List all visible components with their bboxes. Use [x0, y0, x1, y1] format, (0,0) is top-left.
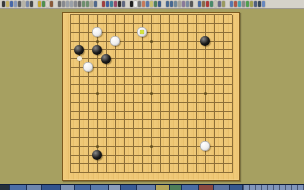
board-point-T10[interactable] — [228, 89, 237, 98]
move-list-icon[interactable] — [94, 1, 97, 7]
board-point-N12[interactable] — [174, 72, 183, 81]
board-point-G4[interactable] — [120, 142, 129, 151]
board-point-Q11[interactable] — [201, 81, 210, 90]
board-point-T18[interactable] — [228, 19, 237, 28]
board-point-S15[interactable] — [219, 45, 228, 54]
board-point-H6[interactable] — [129, 124, 138, 133]
board-point-Q18[interactable] — [201, 19, 210, 28]
board-point-O13[interactable] — [183, 63, 192, 72]
zoom-in-icon[interactable] — [166, 1, 169, 7]
board-point-P7[interactable] — [192, 116, 201, 125]
board-point-G5[interactable] — [120, 133, 129, 142]
board-point-H15[interactable] — [129, 45, 138, 54]
board-point-H12[interactable] — [129, 72, 138, 81]
board-point-B14[interactable] — [75, 54, 84, 63]
board-point-M11[interactable] — [165, 81, 174, 90]
board-point-M12[interactable] — [165, 72, 174, 81]
board-point-C5[interactable] — [84, 133, 93, 142]
paste-icon[interactable] — [46, 1, 49, 7]
board-point-F12[interactable] — [111, 72, 120, 81]
board-point-L18[interactable] — [156, 19, 165, 28]
board-point-T15[interactable] — [228, 45, 237, 54]
options-icon[interactable] — [230, 1, 233, 7]
board-point-Q14[interactable] — [201, 54, 210, 63]
board-point-R1[interactable] — [210, 168, 219, 177]
board-point-H9[interactable] — [129, 98, 138, 107]
board-point-M4[interactable] — [165, 142, 174, 151]
language-icon[interactable] — [238, 1, 241, 7]
board-point-F4[interactable] — [111, 142, 120, 151]
board-point-C7[interactable] — [84, 116, 93, 125]
board-point-T17[interactable] — [228, 28, 237, 37]
board-point-N17[interactable] — [174, 28, 183, 37]
board-point-L7[interactable] — [156, 116, 165, 125]
board-point-S17[interactable] — [219, 28, 228, 37]
board-point-Q1[interactable] — [201, 168, 210, 177]
board-point-H7[interactable] — [129, 116, 138, 125]
board-point-L6[interactable] — [156, 124, 165, 133]
stone-black-E14[interactable] — [101, 54, 111, 64]
taskbar-button-11[interactable] — [156, 185, 169, 190]
board-point-G18[interactable] — [120, 19, 129, 28]
board-point-N15[interactable] — [174, 45, 183, 54]
taskbar-button-13[interactable] — [182, 185, 198, 190]
board-point-A16[interactable] — [66, 37, 75, 46]
board-point-P13[interactable] — [192, 63, 201, 72]
board-point-K10[interactable] — [147, 89, 156, 98]
board-point-B10[interactable] — [75, 89, 84, 98]
board-point-Q13[interactable] — [201, 63, 210, 72]
board-point-S19[interactable] — [219, 10, 228, 19]
board-point-F15[interactable] — [111, 45, 120, 54]
board-point-A5[interactable] — [66, 133, 75, 142]
board-point-F7[interactable] — [111, 116, 120, 125]
board-point-M9[interactable] — [165, 98, 174, 107]
board-point-T12[interactable] — [228, 72, 237, 81]
board-point-P2[interactable] — [192, 159, 201, 168]
board-point-M18[interactable] — [165, 19, 174, 28]
board-point-N8[interactable] — [174, 107, 183, 116]
board-point-N1[interactable] — [174, 168, 183, 177]
board-point-E2[interactable] — [102, 159, 111, 168]
board-point-R5[interactable] — [210, 133, 219, 142]
board-point-S16[interactable] — [219, 37, 228, 46]
next-variation-icon[interactable] — [86, 1, 89, 7]
board-point-E3[interactable] — [102, 151, 111, 160]
board-point-Q8[interactable] — [201, 107, 210, 116]
board-point-T5[interactable] — [228, 133, 237, 142]
board-point-O6[interactable] — [183, 124, 192, 133]
stone-white-C13[interactable] — [83, 62, 93, 72]
board-point-N11[interactable] — [174, 81, 183, 90]
board-point-E13[interactable] — [102, 63, 111, 72]
board-point-R14[interactable] — [210, 54, 219, 63]
board-point-R13[interactable] — [210, 63, 219, 72]
board-point-L13[interactable] — [156, 63, 165, 72]
board-point-D3[interactable] — [93, 151, 102, 160]
board-point-S1[interactable] — [219, 168, 228, 177]
board-point-S14[interactable] — [219, 54, 228, 63]
variation-tool-icon[interactable] — [154, 1, 157, 7]
board-point-O18[interactable] — [183, 19, 192, 28]
board-point-J4[interactable] — [138, 142, 147, 151]
board-point-A3[interactable] — [66, 151, 75, 160]
board-point-L11[interactable] — [156, 81, 165, 90]
board-point-S10[interactable] — [219, 89, 228, 98]
board-point-G11[interactable] — [120, 81, 129, 90]
board-point-E10[interactable] — [102, 89, 111, 98]
board-point-D2[interactable] — [93, 159, 102, 168]
board-point-G1[interactable] — [120, 168, 129, 177]
board-point-N16[interactable] — [174, 37, 183, 46]
board-point-B6[interactable] — [75, 124, 84, 133]
save-as-icon[interactable] — [14, 1, 17, 7]
alternate-tool-icon[interactable] — [138, 1, 141, 7]
board-point-G17[interactable] — [120, 28, 129, 37]
board-point-O16[interactable] — [183, 37, 192, 46]
board-point-Q12[interactable] — [201, 72, 210, 81]
board-point-T16[interactable] — [228, 37, 237, 46]
board-point-Q16[interactable] — [201, 37, 210, 46]
board-point-M16[interactable] — [165, 37, 174, 46]
stone-black-D3[interactable] — [92, 150, 102, 160]
board-point-F2[interactable] — [111, 159, 120, 168]
index-icon[interactable] — [254, 1, 257, 7]
board-point-O4[interactable] — [183, 142, 192, 151]
board-point-N9[interactable] — [174, 98, 183, 107]
board-point-L12[interactable] — [156, 72, 165, 81]
board-point-B8[interactable] — [75, 107, 84, 116]
board-point-A19[interactable] — [66, 10, 75, 19]
taskbar-button-7[interactable] — [91, 185, 108, 190]
board-point-F3[interactable] — [111, 151, 120, 160]
board-point-P18[interactable] — [192, 19, 201, 28]
board-point-B15[interactable] — [75, 45, 84, 54]
board-point-N5[interactable] — [174, 133, 183, 142]
board-point-J17[interactable] — [138, 28, 147, 37]
taskbar-button-9[interactable] — [121, 185, 136, 190]
board-point-R19[interactable] — [210, 10, 219, 19]
board-point-D1[interactable] — [93, 168, 102, 177]
board-point-O19[interactable] — [183, 10, 192, 19]
sound-icon[interactable] — [242, 1, 245, 7]
board-point-M7[interactable] — [165, 116, 174, 125]
board-point-B7[interactable] — [75, 116, 84, 125]
board-point-L14[interactable] — [156, 54, 165, 63]
board-point-J5[interactable] — [138, 133, 147, 142]
board-point-G10[interactable] — [120, 89, 129, 98]
board-point-L15[interactable] — [156, 45, 165, 54]
board-point-K7[interactable] — [147, 116, 156, 125]
board-point-A12[interactable] — [66, 72, 75, 81]
board-point-T19[interactable] — [228, 10, 237, 19]
board-point-P10[interactable] — [192, 89, 201, 98]
board-point-A7[interactable] — [66, 116, 75, 125]
taskbar-button-2[interactable] — [10, 185, 26, 190]
board-point-T9[interactable] — [228, 98, 237, 107]
board-point-G7[interactable] — [120, 116, 129, 125]
board-point-D13[interactable] — [93, 63, 102, 72]
board-point-G2[interactable] — [120, 159, 129, 168]
board-point-H19[interactable] — [129, 10, 138, 19]
board-point-K14[interactable] — [147, 54, 156, 63]
board-point-P9[interactable] — [192, 98, 201, 107]
board-point-J6[interactable] — [138, 124, 147, 133]
taskbar-button-12[interactable] — [170, 185, 181, 190]
board-point-Q3[interactable] — [201, 151, 210, 160]
guess-mode-icon[interactable] — [250, 1, 253, 7]
board-point-M2[interactable] — [165, 159, 174, 168]
help-icon[interactable] — [262, 1, 265, 7]
board-point-Q6[interactable] — [201, 124, 210, 133]
board-point-S2[interactable] — [219, 159, 228, 168]
board-point-S18[interactable] — [219, 19, 228, 28]
board-point-S6[interactable] — [219, 124, 228, 133]
board-point-G19[interactable] — [120, 10, 129, 19]
board-point-S9[interactable] — [219, 98, 228, 107]
board-point-S7[interactable] — [219, 116, 228, 125]
board-point-L17[interactable] — [156, 28, 165, 37]
rotate-board-icon[interactable] — [182, 1, 185, 7]
board-point-E9[interactable] — [102, 98, 111, 107]
board-point-B19[interactable] — [75, 10, 84, 19]
game-info-icon[interactable] — [198, 1, 201, 7]
board-point-C11[interactable] — [84, 81, 93, 90]
board-point-G8[interactable] — [120, 107, 129, 116]
result-icon[interactable] — [222, 1, 225, 7]
board-point-B5[interactable] — [75, 133, 84, 142]
board-point-T1[interactable] — [228, 168, 237, 177]
count-icon[interactable] — [218, 1, 221, 7]
board-point-R11[interactable] — [210, 81, 219, 90]
board-point-O12[interactable] — [183, 72, 192, 81]
preview-icon[interactable] — [26, 1, 29, 7]
board-point-E4[interactable] — [102, 142, 111, 151]
board-point-M15[interactable] — [165, 45, 174, 54]
board-point-A14[interactable] — [66, 54, 75, 63]
board-point-R18[interactable] — [210, 19, 219, 28]
taskbar-button-10[interactable] — [137, 185, 155, 190]
board-point-R10[interactable] — [210, 89, 219, 98]
board-point-K2[interactable] — [147, 159, 156, 168]
taskbar-button-8[interactable] — [109, 185, 120, 190]
board-point-B18[interactable] — [75, 19, 84, 28]
board-point-R15[interactable] — [210, 45, 219, 54]
board-point-E6[interactable] — [102, 124, 111, 133]
board-point-L8[interactable] — [156, 107, 165, 116]
board-point-E7[interactable] — [102, 116, 111, 125]
fast-forward-icon[interactable] — [74, 1, 77, 7]
board-point-N6[interactable] — [174, 124, 183, 133]
board-point-J11[interactable] — [138, 81, 147, 90]
board-point-D12[interactable] — [93, 72, 102, 81]
last-move-icon[interactable] — [78, 1, 81, 7]
board-point-K19[interactable] — [147, 10, 156, 19]
taskbar-button-6[interactable] — [75, 185, 90, 190]
stone-black-Q16[interactable] — [200, 36, 210, 46]
board-point-L2[interactable] — [156, 159, 165, 168]
number-mark-icon[interactable] — [122, 1, 125, 7]
board-point-B4[interactable] — [75, 142, 84, 151]
board-point-O8[interactable] — [183, 107, 192, 116]
board-point-G15[interactable] — [120, 45, 129, 54]
board-point-N13[interactable] — [174, 63, 183, 72]
taskbar-button-4[interactable] — [42, 185, 60, 190]
board-point-F1[interactable] — [111, 168, 120, 177]
board-point-T3[interactable] — [228, 151, 237, 160]
board-point-D8[interactable] — [93, 107, 102, 116]
board-point-Q15[interactable] — [201, 45, 210, 54]
board-point-P14[interactable] — [192, 54, 201, 63]
board-point-S12[interactable] — [219, 72, 228, 81]
copy-icon[interactable] — [42, 1, 45, 7]
board-point-R4[interactable] — [210, 142, 219, 151]
board-point-C6[interactable] — [84, 124, 93, 133]
board-point-J3[interactable] — [138, 151, 147, 160]
board-point-G16[interactable] — [120, 37, 129, 46]
board-point-H10[interactable] — [129, 89, 138, 98]
board-point-O14[interactable] — [183, 54, 192, 63]
stone-white-D17[interactable] — [92, 27, 102, 37]
board-point-C9[interactable] — [84, 98, 93, 107]
triangle-mark-icon[interactable] — [102, 1, 105, 7]
board-point-O3[interactable] — [183, 151, 192, 160]
board-point-M10[interactable] — [165, 89, 174, 98]
new-icon[interactable] — [2, 1, 5, 7]
board-point-P5[interactable] — [192, 133, 201, 142]
board-point-J10[interactable] — [138, 89, 147, 98]
board-point-J8[interactable] — [138, 107, 147, 116]
next-move-icon[interactable] — [70, 1, 73, 7]
board-point-K18[interactable] — [147, 19, 156, 28]
stone-white-Q4[interactable] — [200, 141, 210, 151]
board-point-P19[interactable] — [192, 10, 201, 19]
board-point-F16[interactable] — [111, 37, 120, 46]
board-point-A18[interactable] — [66, 19, 75, 28]
board-point-K17[interactable] — [147, 28, 156, 37]
board-point-P1[interactable] — [192, 168, 201, 177]
taskbar-button-16[interactable] — [230, 185, 242, 190]
pass-icon[interactable] — [90, 1, 93, 7]
print-icon[interactable] — [22, 1, 25, 7]
board-point-H1[interactable] — [129, 168, 138, 177]
board-point-R17[interactable] — [210, 28, 219, 37]
board-point-N14[interactable] — [174, 54, 183, 63]
board-point-T13[interactable] — [228, 63, 237, 72]
board-point-J15[interactable] — [138, 45, 147, 54]
board-point-F9[interactable] — [111, 98, 120, 107]
board-point-J1[interactable] — [138, 168, 147, 177]
board-point-L19[interactable] — [156, 10, 165, 19]
comment-tool-icon[interactable] — [150, 1, 153, 7]
board-point-N4[interactable] — [174, 142, 183, 151]
stone-black-D15[interactable] — [92, 45, 102, 55]
board-point-D6[interactable] — [93, 124, 102, 133]
board-point-M6[interactable] — [165, 124, 174, 133]
board-point-E17[interactable] — [102, 28, 111, 37]
board-point-D10[interactable] — [93, 89, 102, 98]
players-icon[interactable] — [202, 1, 205, 7]
board-point-F8[interactable] — [111, 107, 120, 116]
board-point-G3[interactable] — [120, 151, 129, 160]
board-point-A6[interactable] — [66, 124, 75, 133]
board-point-R7[interactable] — [210, 116, 219, 125]
board-point-L4[interactable] — [156, 142, 165, 151]
board-point-D17[interactable] — [93, 28, 102, 37]
board-point-A1[interactable] — [66, 168, 75, 177]
circle-mark-icon[interactable] — [110, 1, 113, 7]
board-point-O7[interactable] — [183, 116, 192, 125]
delete-icon[interactable] — [50, 1, 53, 7]
board-point-E11[interactable] — [102, 81, 111, 90]
board-point-O1[interactable] — [183, 168, 192, 177]
board-point-M5[interactable] — [165, 133, 174, 142]
cross-mark-icon[interactable] — [114, 1, 117, 7]
estimate-icon[interactable] — [210, 1, 213, 7]
board-point-J12[interactable] — [138, 72, 147, 81]
board-point-E14[interactable] — [102, 54, 111, 63]
clock-icon[interactable] — [214, 1, 217, 7]
board-point-N18[interactable] — [174, 19, 183, 28]
board-point-A8[interactable] — [66, 107, 75, 116]
board-point-J16[interactable] — [138, 37, 147, 46]
board-point-J9[interactable] — [138, 98, 147, 107]
board-point-C19[interactable] — [84, 10, 93, 19]
board-point-H18[interactable] — [129, 19, 138, 28]
board-point-K3[interactable] — [147, 151, 156, 160]
letter-mark-icon[interactable] — [118, 1, 121, 7]
board-point-F10[interactable] — [111, 89, 120, 98]
board-point-R2[interactable] — [210, 159, 219, 168]
board-point-D11[interactable] — [93, 81, 102, 90]
board-point-L16[interactable] — [156, 37, 165, 46]
board-point-M13[interactable] — [165, 63, 174, 72]
board-point-M8[interactable] — [165, 107, 174, 116]
board-point-M1[interactable] — [165, 168, 174, 177]
board-point-A9[interactable] — [66, 98, 75, 107]
board-point-P6[interactable] — [192, 124, 201, 133]
board-point-L5[interactable] — [156, 133, 165, 142]
board-point-H13[interactable] — [129, 63, 138, 72]
board-point-F18[interactable] — [111, 19, 120, 28]
square-mark-icon[interactable] — [106, 1, 109, 7]
prev-variation-icon[interactable] — [82, 1, 85, 7]
board-point-L10[interactable] — [156, 89, 165, 98]
board-point-T7[interactable] — [228, 116, 237, 125]
board-point-T4[interactable] — [228, 142, 237, 151]
board-point-P17[interactable] — [192, 28, 201, 37]
save-icon[interactable] — [10, 1, 13, 7]
board-point-C10[interactable] — [84, 89, 93, 98]
board-point-C12[interactable] — [84, 72, 93, 81]
board-point-L9[interactable] — [156, 98, 165, 107]
board-point-N3[interactable] — [174, 151, 183, 160]
board-point-T11[interactable] — [228, 81, 237, 90]
board-point-Q19[interactable] — [201, 10, 210, 19]
board-point-M14[interactable] — [165, 54, 174, 63]
board-point-O15[interactable] — [183, 45, 192, 54]
board-point-F19[interactable] — [111, 10, 120, 19]
board-point-K16[interactable] — [147, 37, 156, 46]
board-point-E18[interactable] — [102, 19, 111, 28]
board-point-B1[interactable] — [75, 168, 84, 177]
board-point-E19[interactable] — [102, 10, 111, 19]
white-stone-tool-icon[interactable] — [134, 1, 137, 7]
board-point-O2[interactable] — [183, 159, 192, 168]
board-point-K6[interactable] — [147, 124, 156, 133]
board-point-P12[interactable] — [192, 72, 201, 81]
board-point-K5[interactable] — [147, 133, 156, 142]
